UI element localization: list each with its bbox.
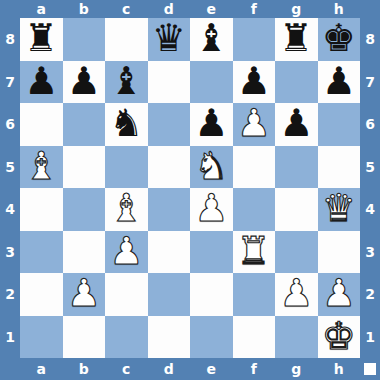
file-label-b-top: b [63, 0, 106, 18]
square-b1[interactable] [63, 316, 106, 359]
board-corner [0, 0, 20, 18]
rank-label-1-right: 1 [360, 316, 380, 359]
square-c4[interactable]: ♝ [105, 188, 148, 231]
file-label-c-bottom: c [105, 358, 148, 380]
board-corner [360, 358, 380, 380]
file-label-g-top: g [275, 0, 318, 18]
square-b8[interactable] [63, 18, 106, 61]
rank-label-7-left: 7 [0, 61, 20, 104]
black-pawn: ♟ [24, 62, 58, 100]
square-g2[interactable]: ♟ [275, 273, 318, 316]
square-d1[interactable] [148, 316, 191, 359]
square-a2[interactable] [20, 273, 63, 316]
square-e7[interactable] [190, 61, 233, 104]
white-knight: ♞ [194, 147, 228, 185]
square-b3[interactable] [63, 231, 106, 274]
chess-board: abcdefgh8♜♛♝♜♚87♟♟♝♟♟76♞♟♟♟65♝♞54♝♟♛43♟♜… [0, 0, 380, 380]
white-bishop: ♝ [109, 189, 143, 227]
square-a1[interactable] [20, 316, 63, 359]
square-b7[interactable]: ♟ [63, 61, 106, 104]
file-label-c-top: c [105, 0, 148, 18]
square-f5[interactable] [233, 146, 276, 189]
square-g5[interactable] [275, 146, 318, 189]
square-d8[interactable]: ♛ [148, 18, 191, 61]
white-bishop: ♝ [24, 147, 58, 185]
square-g8[interactable]: ♜ [275, 18, 318, 61]
square-b4[interactable] [63, 188, 106, 231]
square-c3[interactable]: ♟ [105, 231, 148, 274]
square-d6[interactable] [148, 103, 191, 146]
square-h4[interactable]: ♛ [318, 188, 361, 231]
square-e5[interactable]: ♞ [190, 146, 233, 189]
square-g1[interactable] [275, 316, 318, 359]
rank-label-5-left: 5 [0, 146, 20, 189]
black-king: ♚ [322, 19, 356, 57]
square-f4[interactable] [233, 188, 276, 231]
rank-label-4-right: 4 [360, 188, 380, 231]
file-label-d-bottom: d [148, 358, 191, 380]
square-f3[interactable]: ♜ [233, 231, 276, 274]
board-corner [360, 0, 380, 18]
rank-label-2-left: 2 [0, 273, 20, 316]
rank-label-2-right: 2 [360, 273, 380, 316]
file-label-h-bottom: h [318, 358, 361, 380]
square-c5[interactable] [105, 146, 148, 189]
square-g7[interactable] [275, 61, 318, 104]
file-label-a-top: a [20, 0, 63, 18]
white-pawn: ♟ [279, 274, 313, 312]
black-bishop: ♝ [109, 62, 143, 100]
square-a7[interactable]: ♟ [20, 61, 63, 104]
file-label-a-bottom: a [20, 358, 63, 380]
rank-label-6-left: 6 [0, 103, 20, 146]
board-corner [0, 358, 20, 380]
black-pawn: ♟ [237, 62, 271, 100]
file-label-g-bottom: g [275, 358, 318, 380]
rank-label-8-right: 8 [360, 18, 380, 61]
square-d5[interactable] [148, 146, 191, 189]
white-pawn: ♟ [194, 189, 228, 227]
square-e3[interactable] [190, 231, 233, 274]
white-pawn: ♟ [322, 274, 356, 312]
square-d3[interactable] [148, 231, 191, 274]
square-e8[interactable]: ♝ [190, 18, 233, 61]
white-rook: ♜ [237, 232, 271, 270]
file-label-b-bottom: b [63, 358, 106, 380]
rank-label-3-left: 3 [0, 231, 20, 274]
square-h5[interactable] [318, 146, 361, 189]
file-label-e-bottom: e [190, 358, 233, 380]
rank-label-5-right: 5 [360, 146, 380, 189]
square-d4[interactable] [148, 188, 191, 231]
square-c2[interactable] [105, 273, 148, 316]
rank-label-1-left: 1 [0, 316, 20, 359]
square-d2[interactable] [148, 273, 191, 316]
white-king: ♚ [322, 317, 356, 355]
square-g6[interactable]: ♟ [275, 103, 318, 146]
rank-label-6-right: 6 [360, 103, 380, 146]
square-h8[interactable]: ♚ [318, 18, 361, 61]
square-f1[interactable] [233, 316, 276, 359]
square-e1[interactable] [190, 316, 233, 359]
square-a8[interactable]: ♜ [20, 18, 63, 61]
square-a6[interactable] [20, 103, 63, 146]
chess-board-frame: abcdefgh8♜♛♝♜♚87♟♟♝♟♟76♞♟♟♟65♝♞54♝♟♛43♟♜… [0, 0, 380, 380]
white-queen: ♛ [322, 189, 356, 227]
white-pawn: ♟ [237, 104, 271, 142]
black-rook: ♜ [279, 19, 313, 57]
square-h7[interactable]: ♟ [318, 61, 361, 104]
white-to-move-indicator [364, 363, 376, 375]
square-h1[interactable]: ♚ [318, 316, 361, 359]
square-a3[interactable] [20, 231, 63, 274]
square-h3[interactable] [318, 231, 361, 274]
square-g3[interactable] [275, 231, 318, 274]
file-label-f-top: f [233, 0, 276, 18]
black-pawn: ♟ [194, 104, 228, 142]
rank-label-4-left: 4 [0, 188, 20, 231]
square-f7[interactable]: ♟ [233, 61, 276, 104]
file-label-e-top: e [190, 0, 233, 18]
square-e4[interactable]: ♟ [190, 188, 233, 231]
square-e6[interactable]: ♟ [190, 103, 233, 146]
square-c1[interactable] [105, 316, 148, 359]
file-label-d-top: d [148, 0, 191, 18]
square-a4[interactable] [20, 188, 63, 231]
black-pawn: ♟ [67, 62, 101, 100]
white-pawn: ♟ [109, 232, 143, 270]
file-label-f-bottom: f [233, 358, 276, 380]
square-c6[interactable]: ♞ [105, 103, 148, 146]
black-rook: ♜ [24, 19, 58, 57]
square-e2[interactable] [190, 273, 233, 316]
black-pawn: ♟ [322, 62, 356, 100]
square-c7[interactable]: ♝ [105, 61, 148, 104]
rank-label-8-left: 8 [0, 18, 20, 61]
black-knight: ♞ [109, 104, 143, 142]
black-bishop: ♝ [194, 19, 228, 57]
black-pawn: ♟ [279, 104, 313, 142]
white-pawn: ♟ [67, 274, 101, 312]
square-a5[interactable]: ♝ [20, 146, 63, 189]
square-b6[interactable] [63, 103, 106, 146]
file-label-h-top: h [318, 0, 361, 18]
square-g4[interactable] [275, 188, 318, 231]
square-d7[interactable] [148, 61, 191, 104]
square-f2[interactable] [233, 273, 276, 316]
square-b2[interactable]: ♟ [63, 273, 106, 316]
square-h2[interactable]: ♟ [318, 273, 361, 316]
square-f6[interactable]: ♟ [233, 103, 276, 146]
square-b5[interactable] [63, 146, 106, 189]
square-c8[interactable] [105, 18, 148, 61]
rank-label-7-right: 7 [360, 61, 380, 104]
square-h6[interactable] [318, 103, 361, 146]
square-f8[interactable] [233, 18, 276, 61]
rank-label-3-right: 3 [360, 231, 380, 274]
black-queen: ♛ [152, 19, 186, 57]
